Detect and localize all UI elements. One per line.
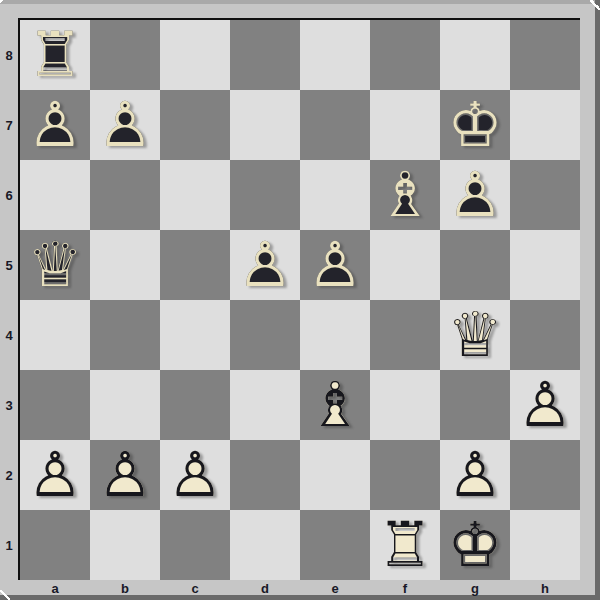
- piece-fill-glyph: ♚: [440, 510, 510, 580]
- rank-label-1: 1: [0, 510, 18, 580]
- piece-outline-glyph: ♙: [20, 440, 90, 510]
- file-label-g: g: [440, 580, 510, 596]
- square-g5[interactable]: [440, 230, 510, 300]
- square-d6[interactable]: [230, 160, 300, 230]
- square-g3[interactable]: [440, 370, 510, 440]
- square-d4[interactable]: [230, 300, 300, 370]
- square-f4[interactable]: [370, 300, 440, 370]
- piece-white-pawn[interactable]: ♟♙: [510, 370, 580, 440]
- piece-white-bishop[interactable]: ♝♗: [300, 370, 370, 440]
- piece-black-pawn[interactable]: ♟♙: [20, 90, 90, 160]
- square-c8[interactable]: [160, 20, 230, 90]
- file-label-f: f: [370, 580, 440, 596]
- square-c6[interactable]: [160, 160, 230, 230]
- piece-fill-glyph: ♟: [20, 90, 90, 160]
- piece-black-king[interactable]: ♚♔: [440, 90, 510, 160]
- rank-label-4: 4: [0, 300, 18, 370]
- piece-white-pawn[interactable]: ♟♙: [440, 440, 510, 510]
- piece-white-king[interactable]: ♚♔: [440, 510, 510, 580]
- square-e8[interactable]: [300, 20, 370, 90]
- piece-outline-glyph: ♖: [20, 20, 90, 90]
- piece-outline-glyph: ♕: [20, 230, 90, 300]
- square-e4[interactable]: [300, 300, 370, 370]
- square-a2[interactable]: ♟♙: [20, 440, 90, 510]
- square-d7[interactable]: [230, 90, 300, 160]
- rank-label-5: 5: [0, 230, 18, 300]
- square-a7[interactable]: ♟♙: [20, 90, 90, 160]
- chess-board: ♜♖♟♙♟♙♚♔♝♗♟♙♛♕♟♙♟♙♛♕♝♗♟♙♟♙♟♙♟♙♟♙♜♖♚♔: [18, 18, 580, 580]
- square-c1[interactable]: [160, 510, 230, 580]
- square-f2[interactable]: [370, 440, 440, 510]
- square-e3[interactable]: ♝♗: [300, 370, 370, 440]
- piece-outline-glyph: ♙: [230, 230, 300, 300]
- square-h7[interactable]: [510, 90, 580, 160]
- square-a8[interactable]: ♜♖: [20, 20, 90, 90]
- square-f1[interactable]: ♜♖: [370, 510, 440, 580]
- square-b1[interactable]: [90, 510, 160, 580]
- square-g8[interactable]: [440, 20, 510, 90]
- square-b4[interactable]: [90, 300, 160, 370]
- piece-outline-glyph: ♙: [300, 230, 370, 300]
- square-c5[interactable]: [160, 230, 230, 300]
- square-a5[interactable]: ♛♕: [20, 230, 90, 300]
- square-g4[interactable]: ♛♕: [440, 300, 510, 370]
- square-h2[interactable]: [510, 440, 580, 510]
- piece-fill-glyph: ♟: [90, 90, 160, 160]
- square-c4[interactable]: [160, 300, 230, 370]
- square-d8[interactable]: [230, 20, 300, 90]
- piece-outline-glyph: ♗: [370, 160, 440, 230]
- square-a3[interactable]: [20, 370, 90, 440]
- square-g7[interactable]: ♚♔: [440, 90, 510, 160]
- rank-label-3: 3: [0, 370, 18, 440]
- rank-label-2: 2: [0, 440, 18, 510]
- square-c7[interactable]: [160, 90, 230, 160]
- piece-outline-glyph: ♙: [160, 440, 230, 510]
- square-a6[interactable]: [20, 160, 90, 230]
- frame-corner-bottom-left: [0, 590, 10, 600]
- piece-fill-glyph: ♚: [440, 90, 510, 160]
- square-a1[interactable]: [20, 510, 90, 580]
- piece-outline-glyph: ♙: [440, 440, 510, 510]
- square-f5[interactable]: [370, 230, 440, 300]
- piece-fill-glyph: ♟: [90, 440, 160, 510]
- square-b8[interactable]: [90, 20, 160, 90]
- file-label-h: h: [510, 580, 580, 596]
- piece-fill-glyph: ♟: [510, 370, 580, 440]
- piece-black-pawn[interactable]: ♟♙: [230, 230, 300, 300]
- rank-label-7: 7: [0, 90, 18, 160]
- piece-outline-glyph: ♔: [440, 90, 510, 160]
- square-h8[interactable]: [510, 20, 580, 90]
- file-labels: a b c d e f g h: [20, 580, 580, 596]
- square-g6[interactable]: ♟♙: [440, 160, 510, 230]
- piece-outline-glyph: ♗: [300, 370, 370, 440]
- piece-fill-glyph: ♜: [20, 20, 90, 90]
- square-h1[interactable]: [510, 510, 580, 580]
- piece-black-pawn[interactable]: ♟♙: [90, 90, 160, 160]
- piece-fill-glyph: ♟: [230, 230, 300, 300]
- piece-fill-glyph: ♟: [300, 230, 370, 300]
- square-g1[interactable]: ♚♔: [440, 510, 510, 580]
- file-label-d: d: [230, 580, 300, 596]
- square-e1[interactable]: [300, 510, 370, 580]
- piece-black-queen[interactable]: ♛♕: [20, 230, 90, 300]
- piece-white-queen[interactable]: ♛♕: [440, 300, 510, 370]
- square-c3[interactable]: [160, 370, 230, 440]
- square-e7[interactable]: [300, 90, 370, 160]
- piece-outline-glyph: ♖: [370, 510, 440, 580]
- piece-black-pawn[interactable]: ♟♙: [440, 160, 510, 230]
- piece-white-rook[interactable]: ♜♖: [370, 510, 440, 580]
- piece-outline-glyph: ♔: [440, 510, 510, 580]
- square-e5[interactable]: ♟♙: [300, 230, 370, 300]
- square-f8[interactable]: [370, 20, 440, 90]
- frame-corner-top-left: [0, 0, 6, 6]
- square-d3[interactable]: [230, 370, 300, 440]
- piece-outline-glyph: ♕: [440, 300, 510, 370]
- file-label-e: e: [300, 580, 370, 596]
- rank-labels: 8 7 6 5 4 3 2 1: [0, 20, 18, 580]
- square-b5[interactable]: [90, 230, 160, 300]
- frame-bevel-right: [595, 0, 600, 600]
- square-b3[interactable]: [90, 370, 160, 440]
- square-e2[interactable]: [300, 440, 370, 510]
- square-h3[interactable]: ♟♙: [510, 370, 580, 440]
- square-e6[interactable]: [300, 160, 370, 230]
- piece-fill-glyph: ♟: [440, 440, 510, 510]
- rank-label-8: 8: [0, 20, 18, 90]
- square-h4[interactable]: [510, 300, 580, 370]
- frame-corner-top-right: [590, 0, 600, 10]
- piece-outline-glyph: ♙: [440, 160, 510, 230]
- piece-outline-glyph: ♙: [90, 440, 160, 510]
- piece-fill-glyph: ♛: [20, 230, 90, 300]
- file-label-b: b: [90, 580, 160, 596]
- piece-black-pawn[interactable]: ♟♙: [300, 230, 370, 300]
- piece-white-pawn[interactable]: ♟♙: [160, 440, 230, 510]
- piece-fill-glyph: ♛: [440, 300, 510, 370]
- piece-black-rook[interactable]: ♜♖: [20, 20, 90, 90]
- square-b2[interactable]: ♟♙: [90, 440, 160, 510]
- file-label-c: c: [160, 580, 230, 596]
- piece-fill-glyph: ♝: [370, 160, 440, 230]
- square-f3[interactable]: [370, 370, 440, 440]
- piece-outline-glyph: ♙: [90, 90, 160, 160]
- piece-fill-glyph: ♟: [160, 440, 230, 510]
- piece-outline-glyph: ♙: [20, 90, 90, 160]
- square-h5[interactable]: [510, 230, 580, 300]
- square-g2[interactable]: ♟♙: [440, 440, 510, 510]
- square-d1[interactable]: [230, 510, 300, 580]
- square-h6[interactable]: [510, 160, 580, 230]
- rank-label-6: 6: [0, 160, 18, 230]
- piece-white-pawn[interactable]: ♟♙: [20, 440, 90, 510]
- piece-black-bishop[interactable]: ♝♗: [370, 160, 440, 230]
- square-b6[interactable]: [90, 160, 160, 230]
- square-b7[interactable]: ♟♙: [90, 90, 160, 160]
- piece-fill-glyph: ♝: [300, 370, 370, 440]
- piece-fill-glyph: ♟: [440, 160, 510, 230]
- square-a4[interactable]: [20, 300, 90, 370]
- square-c2[interactable]: ♟♙: [160, 440, 230, 510]
- frame-bevel-top: [0, 0, 600, 4]
- square-d2[interactable]: [230, 440, 300, 510]
- chess-diagram: 8 7 6 5 4 3 2 1 ♜♖♟♙♟♙♚♔♝♗♟♙♛♕♟♙♟♙♛♕♝♗♟♙…: [0, 0, 600, 600]
- square-d5[interactable]: ♟♙: [230, 230, 300, 300]
- square-f7[interactable]: [370, 90, 440, 160]
- piece-outline-glyph: ♙: [510, 370, 580, 440]
- square-f6[interactable]: ♝♗: [370, 160, 440, 230]
- piece-fill-glyph: ♟: [20, 440, 90, 510]
- file-label-a: a: [20, 580, 90, 596]
- piece-white-pawn[interactable]: ♟♙: [90, 440, 160, 510]
- piece-fill-glyph: ♜: [370, 510, 440, 580]
